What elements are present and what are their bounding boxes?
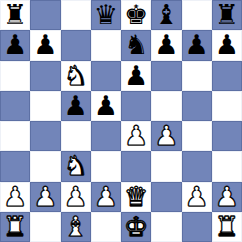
piece-white-pawn[interactable]: ♟	[33, 182, 57, 212]
square-a1[interactable]: ♜	[0, 212, 30, 242]
piece-black-pawn[interactable]: ♟	[94, 91, 118, 121]
square-c5[interactable]: ♟	[61, 91, 91, 121]
square-e7[interactable]: ♞	[121, 30, 151, 60]
piece-black-bishop[interactable]: ♝	[154, 0, 178, 30]
square-c2[interactable]: ♟	[61, 182, 91, 212]
piece-white-pawn[interactable]: ♟	[154, 121, 178, 151]
square-a5[interactable]	[0, 91, 30, 121]
square-a2[interactable]: ♟	[0, 182, 30, 212]
square-a4[interactable]	[0, 121, 30, 151]
square-h6[interactable]	[212, 61, 242, 91]
square-d6[interactable]	[91, 61, 121, 91]
square-d3[interactable]	[91, 151, 121, 181]
square-h4[interactable]	[212, 121, 242, 151]
square-g8[interactable]	[182, 0, 212, 30]
square-e6[interactable]: ♟	[121, 61, 151, 91]
square-f3[interactable]	[151, 151, 181, 181]
square-e2[interactable]: ♛	[121, 182, 151, 212]
square-b1[interactable]	[30, 212, 60, 242]
piece-white-knight[interactable]: ♞	[64, 151, 88, 181]
piece-white-pawn[interactable]: ♟	[185, 182, 209, 212]
piece-white-pawn[interactable]: ♟	[124, 121, 148, 151]
square-g3[interactable]	[182, 151, 212, 181]
piece-white-pawn[interactable]: ♟	[94, 182, 118, 212]
square-d5[interactable]: ♟	[91, 91, 121, 121]
square-e8[interactable]: ♚	[121, 0, 151, 30]
square-b8[interactable]	[30, 0, 60, 30]
square-h3[interactable]	[212, 151, 242, 181]
square-b6[interactable]	[30, 61, 60, 91]
square-g6[interactable]	[182, 61, 212, 91]
square-a6[interactable]	[0, 61, 30, 91]
square-f4[interactable]: ♟	[151, 121, 181, 151]
square-f5[interactable]	[151, 91, 181, 121]
piece-black-pawn[interactable]: ♟	[64, 91, 88, 121]
square-d2[interactable]: ♟	[91, 182, 121, 212]
square-e4[interactable]: ♟	[121, 121, 151, 151]
square-b4[interactable]	[30, 121, 60, 151]
square-c6[interactable]: ♞	[61, 61, 91, 91]
square-a3[interactable]	[0, 151, 30, 181]
piece-black-pawn[interactable]: ♟	[3, 30, 27, 60]
square-h5[interactable]	[212, 91, 242, 121]
square-g4[interactable]	[182, 121, 212, 151]
square-e5[interactable]	[121, 91, 151, 121]
square-d4[interactable]	[91, 121, 121, 151]
square-a8[interactable]: ♜	[0, 0, 30, 30]
piece-black-rook[interactable]: ♜	[215, 0, 239, 30]
square-f6[interactable]	[151, 61, 181, 91]
piece-black-pawn[interactable]: ♟	[154, 30, 178, 60]
square-f2[interactable]	[151, 182, 181, 212]
square-e1[interactable]: ♚	[121, 212, 151, 242]
square-b3[interactable]	[30, 151, 60, 181]
piece-white-queen[interactable]: ♛	[124, 182, 148, 212]
square-c4[interactable]	[61, 121, 91, 151]
square-c8[interactable]	[61, 0, 91, 30]
piece-white-pawn[interactable]: ♟	[3, 182, 27, 212]
square-a7[interactable]: ♟	[0, 30, 30, 60]
square-d7[interactable]	[91, 30, 121, 60]
piece-black-knight[interactable]: ♞	[124, 30, 148, 60]
chess-board: ♜♛♚♝♜♟♟♞♟♟♟♞♟♟♟♟♟♞♟♟♟♟♛♟♟♜♝♚♜	[0, 0, 242, 242]
piece-white-rook[interactable]: ♜	[3, 212, 27, 242]
square-h2[interactable]: ♟	[212, 182, 242, 212]
piece-white-rook[interactable]: ♜	[215, 212, 239, 242]
square-b5[interactable]	[30, 91, 60, 121]
square-c1[interactable]: ♝	[61, 212, 91, 242]
square-g1[interactable]	[182, 212, 212, 242]
piece-white-pawn[interactable]: ♟	[64, 182, 88, 212]
square-g5[interactable]	[182, 91, 212, 121]
square-f1[interactable]	[151, 212, 181, 242]
square-g7[interactable]: ♟	[182, 30, 212, 60]
piece-black-pawn[interactable]: ♟	[185, 30, 209, 60]
piece-white-king[interactable]: ♚	[124, 212, 148, 242]
square-b7[interactable]: ♟	[30, 30, 60, 60]
square-f7[interactable]: ♟	[151, 30, 181, 60]
square-h8[interactable]: ♜	[212, 0, 242, 30]
piece-white-knight[interactable]: ♞	[64, 61, 88, 91]
piece-black-queen[interactable]: ♛	[94, 0, 118, 30]
piece-black-pawn[interactable]: ♟	[124, 61, 148, 91]
piece-white-pawn[interactable]: ♟	[215, 182, 239, 212]
square-e3[interactable]	[121, 151, 151, 181]
piece-black-pawn[interactable]: ♟	[33, 30, 57, 60]
square-g2[interactable]: ♟	[182, 182, 212, 212]
square-d8[interactable]: ♛	[91, 0, 121, 30]
square-d1[interactable]	[91, 212, 121, 242]
piece-white-bishop[interactable]: ♝	[64, 212, 88, 242]
square-h1[interactable]: ♜	[212, 212, 242, 242]
square-c7[interactable]	[61, 30, 91, 60]
square-f8[interactable]: ♝	[151, 0, 181, 30]
square-h7[interactable]: ♟	[212, 30, 242, 60]
piece-black-pawn[interactable]: ♟	[215, 30, 239, 60]
piece-black-king[interactable]: ♚	[124, 0, 148, 30]
piece-black-rook[interactable]: ♜	[3, 0, 27, 30]
square-c3[interactable]: ♞	[61, 151, 91, 181]
square-b2[interactable]: ♟	[30, 182, 60, 212]
